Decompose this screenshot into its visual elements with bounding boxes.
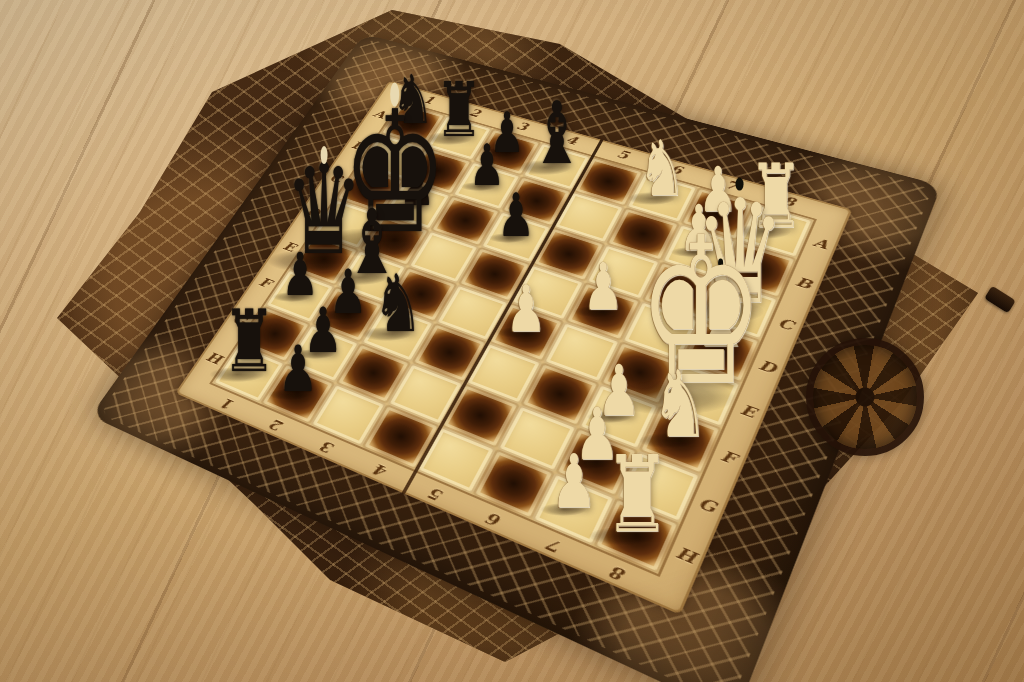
black-pawn-glyph: ♟ (497, 186, 535, 246)
white-king-E8: ♚ (610, 212, 792, 415)
white-king-glyph: ♚ (637, 212, 764, 415)
black-queen-finial (321, 146, 328, 164)
black-knight-glyph: ♞ (373, 264, 423, 343)
white-pawn-glyph: ♟ (597, 356, 641, 426)
white-pawn-glyph: ♟ (679, 197, 719, 260)
white-pawn-glyph: ♟ (551, 445, 597, 519)
shadow-of-white-pawn (564, 456, 609, 468)
black-pawn-glyph: ♟ (281, 245, 318, 304)
black-pawn-glyph: ♟ (490, 104, 525, 160)
black-pawn-F1: ♟ (273, 245, 326, 304)
white-bishop-glyph: ♝ (688, 260, 753, 363)
white-knight-A6: ♞ (628, 131, 697, 208)
white-knight-glyph: ♞ (652, 359, 709, 451)
white-pawn-glyph: ♟ (574, 399, 619, 471)
white-pawn-B7: ♟ (671, 197, 728, 260)
shadow-of-white-pawn (671, 247, 710, 258)
shadow-of-black-pawn (482, 148, 517, 157)
white-pawn-H7: ♟ (541, 445, 607, 519)
shadow-of-black-rook (210, 367, 263, 382)
white-pawn-G7: ♟ (564, 399, 628, 471)
white-pawn-A7: ♟ (690, 160, 746, 222)
pieces-layer: ♞♜♟♝♟♟♟♚♛♝♟♟♞♟♜♟♞♟♜♟♛♟♝♟♚♟♞♟♟♜ (0, 0, 1024, 682)
shadow-of-black-queen (268, 250, 345, 271)
shadow-of-black-pawn (295, 349, 334, 360)
shadow-of-black-king (319, 228, 423, 257)
white-queen-glyph: ♛ (694, 181, 784, 325)
white-pawn-glyph: ♟ (583, 255, 624, 320)
scene: 1122334455667788AABBCCDDEEFFGGHH ♞♜♟♝♟♟♟… (0, 0, 1024, 682)
black-pawn-B3: ♟ (461, 137, 512, 194)
shadow-of-white-pawn (497, 327, 537, 338)
black-knight-A1: ♞ (383, 66, 444, 133)
black-rook-glyph: ♜ (222, 298, 276, 384)
white-rook-glyph: ♜ (748, 153, 803, 241)
black-pawn-A3: ♟ (482, 104, 532, 160)
black-king-glyph: ♚ (342, 89, 447, 257)
shadow-of-black-bishop (518, 160, 571, 175)
shadow-of-black-pawn (269, 389, 309, 400)
white-knight-F8: ♞ (639, 359, 721, 451)
black-pawn-H2: ♟ (269, 339, 326, 403)
shadow-of-black-pawn (461, 182, 496, 192)
black-pawn-C4: ♟ (489, 186, 543, 246)
shadow-of-white-knight (628, 192, 675, 205)
black-bishop-glyph: ♝ (530, 91, 584, 177)
white-queen-C8: ♛ (675, 181, 804, 325)
shadow-of-black-bishop (331, 270, 386, 285)
shadow-of-white-pawn (690, 209, 728, 220)
shadow-of-white-king (610, 380, 736, 414)
white-rook-H8: ♜ (589, 442, 684, 547)
white-bishop-D8: ♝ (675, 260, 767, 363)
shadow-of-white-rook (589, 527, 654, 545)
shadow-of-white-pawn (587, 411, 630, 423)
black-pawn-F2: ♟ (320, 262, 375, 323)
black-knight-F3: ♞ (362, 264, 433, 343)
black-pawn-glyph: ♟ (278, 339, 318, 403)
black-pawn-C2: ♟ (391, 156, 442, 213)
black-bishop-A4: ♝ (518, 91, 595, 177)
shadow-of-black-pawn (320, 310, 358, 320)
shadow-of-black-pawn (273, 292, 310, 302)
shadow-of-white-knight (639, 433, 696, 449)
shadow-of-black-knight (362, 327, 411, 341)
shadow-of-white-rook (736, 224, 791, 239)
black-pawn-glyph: ♟ (469, 137, 505, 194)
shadow-of-white-bishop (674, 344, 738, 361)
white-queen-finial (736, 178, 744, 191)
black-pawn-G2: ♟ (295, 300, 351, 362)
black-king-finial (390, 83, 399, 107)
white-bishop-finial (718, 258, 724, 267)
shadow-of-black-rook (425, 132, 472, 145)
black-queen-E1: ♛ (268, 148, 380, 273)
black-rook-glyph: ♜ (436, 72, 483, 147)
white-pawn-E5: ♟ (497, 276, 555, 341)
shadow-of-black-pawn (489, 233, 526, 243)
black-knight-glyph: ♞ (392, 66, 434, 133)
black-king-D2: ♚ (319, 89, 469, 257)
white-rook-glyph: ♜ (604, 442, 670, 547)
black-pawn-glyph: ♟ (329, 262, 367, 323)
black-rook-A2: ♜ (425, 72, 493, 147)
black-queen-glyph: ♛ (285, 148, 363, 273)
shadow-of-white-queen (675, 299, 764, 323)
black-rook-H1: ♜ (210, 298, 287, 384)
white-knight-glyph: ♞ (638, 131, 686, 208)
white-pawn-D6: ♟ (574, 255, 632, 320)
black-pawn-glyph: ♟ (399, 156, 435, 213)
shadow-of-black-knight (383, 119, 425, 130)
black-bishop-E2: ♝ (332, 198, 412, 287)
shadow-of-black-pawn (391, 201, 426, 211)
white-rook-A8: ♜ (736, 153, 815, 241)
white-pawn-glyph: ♟ (698, 160, 737, 222)
black-bishop-glyph: ♝ (344, 198, 400, 287)
shadow-of-white-pawn (541, 503, 587, 516)
shadow-of-white-pawn (574, 306, 614, 317)
white-pawn-F7: ♟ (587, 356, 650, 426)
white-pawn-glyph: ♟ (506, 276, 546, 341)
black-pawn-glyph: ♟ (304, 300, 343, 362)
